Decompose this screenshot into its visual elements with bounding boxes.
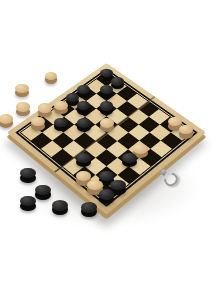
checker-piece-wood xyxy=(15,84,28,97)
checker-piece-wood xyxy=(16,102,30,116)
checker-piece-wood xyxy=(45,72,58,85)
product-photo-backdrop xyxy=(0,0,220,290)
checker-piece-wood xyxy=(0,114,13,128)
clasp-latch xyxy=(159,170,181,190)
